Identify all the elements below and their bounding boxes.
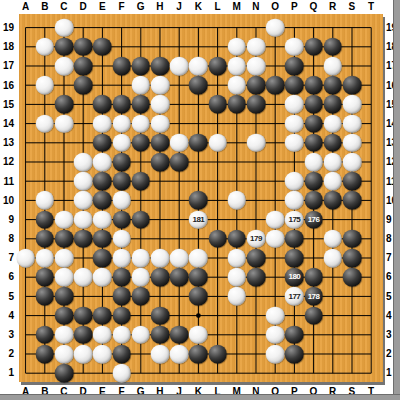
stone-N18[interactable] (247, 38, 266, 57)
stone-F17[interactable] (112, 57, 131, 76)
coord-letter-O: O (265, 0, 284, 13)
stone-P11[interactable] (285, 172, 304, 191)
stone-L15[interactable] (208, 95, 227, 114)
stone-K5[interactable] (189, 287, 208, 306)
stone-P10[interactable] (285, 191, 304, 210)
stone-B16[interactable] (36, 76, 55, 95)
coord-letter-T: T (361, 0, 380, 13)
stone-Q14[interactable] (304, 114, 323, 133)
stone-C1[interactable] (55, 364, 74, 383)
stone-B9[interactable] (36, 210, 55, 229)
stone-C15[interactable] (55, 95, 74, 114)
coord-number-12: 12 (1, 152, 16, 171)
stone-K16[interactable] (189, 76, 208, 95)
stone-S6[interactable] (343, 268, 362, 287)
stone-M17[interactable] (228, 57, 247, 76)
coord-number-8: 8 (6, 229, 16, 248)
stone-E15[interactable] (93, 95, 112, 114)
coord-number-11: 11 (1, 172, 16, 191)
move-number-label: 176 (308, 216, 320, 224)
coord-letter-H: H (150, 0, 169, 13)
stone-G14[interactable] (132, 114, 151, 133)
stone-F15[interactable] (112, 95, 131, 114)
stone-M10[interactable] (228, 191, 247, 210)
stone-D2[interactable] (74, 345, 93, 364)
stone-H3[interactable] (151, 326, 170, 345)
coord-number-13: 13 (1, 133, 16, 152)
coord-number-17: 17 (1, 56, 16, 75)
stone-F11[interactable] (112, 172, 131, 191)
stone-F10[interactable] (112, 191, 131, 210)
stone-B6[interactable] (36, 268, 55, 287)
stone-B14[interactable] (36, 114, 55, 133)
stone-H2[interactable] (151, 345, 170, 364)
stone-S10[interactable] (343, 191, 362, 210)
stone-R12[interactable] (324, 153, 343, 172)
stone-C14[interactable] (55, 114, 74, 133)
stone-E3[interactable] (93, 326, 112, 345)
stone-S16[interactable] (343, 76, 362, 95)
stone-R17[interactable] (324, 57, 343, 76)
stone-E11[interactable] (93, 172, 112, 191)
stone-H13[interactable] (151, 134, 170, 153)
stone-F6[interactable] (112, 268, 131, 287)
stone-P15[interactable] (285, 95, 304, 114)
move-number-label: 175 (288, 216, 300, 224)
stone-R13[interactable] (324, 134, 343, 153)
coord-number-2: 2 (6, 344, 16, 363)
move-number-label: 180 (288, 273, 300, 281)
stone-K9[interactable]: 181 (189, 210, 208, 229)
coord-number-9: 9 (6, 210, 16, 229)
stone-P2[interactable] (285, 345, 304, 364)
stone-L2[interactable] (208, 345, 227, 364)
stone-E13[interactable] (93, 134, 112, 153)
stone-P5[interactable]: 177 (285, 287, 304, 306)
stone-H16[interactable] (151, 76, 170, 95)
coord-letter-L: L (208, 0, 227, 13)
coord-number-5: 5 (6, 287, 16, 306)
stone-Q9[interactable]: 176 (304, 210, 323, 229)
scrollbar-vertical[interactable] (393, 0, 400, 400)
stone-K7[interactable] (189, 249, 208, 268)
coord-number-16: 16 (1, 76, 16, 95)
coord-letter-B: B (35, 0, 54, 13)
stone-E6[interactable] (93, 268, 112, 287)
coord-letter-E: E (93, 0, 112, 13)
stone-K2[interactable] (189, 345, 208, 364)
stone-F2[interactable] (112, 345, 131, 364)
stone-J3[interactable] (170, 326, 189, 345)
stone-Q6[interactable] (304, 268, 323, 287)
coord-number-6: 6 (6, 267, 16, 286)
stone-P8[interactable] (285, 230, 304, 249)
stone-J13[interactable] (170, 134, 189, 153)
stone-G9[interactable] (132, 210, 151, 229)
stone-J12[interactable] (170, 153, 189, 172)
stone-N15[interactable] (247, 95, 266, 114)
stone-O19[interactable] (266, 18, 285, 37)
coordinate-numbers-left: 19181716151413121110987654321 (0, 18, 16, 383)
stone-F7[interactable] (112, 249, 131, 268)
stone-D12[interactable] (74, 153, 93, 172)
stone-B3[interactable] (36, 326, 55, 345)
stone-D9[interactable] (74, 210, 93, 229)
scrollbar-horizontal[interactable] (0, 394, 400, 400)
stone-E4[interactable] (93, 306, 112, 325)
stone-C8[interactable] (55, 230, 74, 249)
stone-D3[interactable] (74, 326, 93, 345)
stone-Q5[interactable]: 178 (304, 287, 323, 306)
stone-M8[interactable] (228, 230, 247, 249)
stone-H7[interactable] (151, 249, 170, 268)
stone-Q16[interactable] (304, 76, 323, 95)
coord-letter-A: A (16, 0, 35, 13)
stone-G5[interactable] (132, 287, 151, 306)
stone-E8[interactable] (93, 230, 112, 249)
stone-S11[interactable] (343, 172, 362, 191)
stone-G15[interactable] (132, 95, 151, 114)
stone-S7[interactable] (343, 249, 362, 268)
stone-P3[interactable] (285, 326, 304, 345)
stone-D18[interactable] (74, 38, 93, 57)
coord-letter-J: J (170, 0, 189, 13)
stone-J2[interactable] (170, 345, 189, 364)
stone-N7[interactable] (247, 249, 266, 268)
stone-M5[interactable] (228, 287, 247, 306)
coord-letter-R: R (323, 0, 342, 13)
stone-Q10[interactable] (304, 191, 323, 210)
stone-B18[interactable] (36, 38, 55, 57)
stone-P9[interactable]: 175 (285, 210, 304, 229)
stone-G17[interactable] (132, 57, 151, 76)
move-number-label: 179 (250, 235, 262, 243)
coord-letter-G: G (131, 0, 150, 13)
go-app-window: ABCDEFGHJKLMNOPQRST ABCDEFGHJKLMNOPQRST … (0, 0, 400, 400)
coord-number-14: 14 (1, 114, 16, 133)
stone-C6[interactable] (55, 268, 74, 287)
coord-number-4: 4 (6, 306, 16, 325)
stone-F5[interactable] (112, 287, 131, 306)
move-number-label: 177 (288, 292, 300, 300)
stone-E14[interactable] (93, 114, 112, 133)
stone-E7[interactable] (93, 249, 112, 268)
stone-E10[interactable] (93, 191, 112, 210)
stone-Q13[interactable] (304, 134, 323, 153)
coord-number-19: 19 (1, 18, 16, 37)
stone-H12[interactable] (151, 153, 170, 172)
stone-R14[interactable] (324, 114, 343, 133)
stone-K6[interactable] (189, 268, 208, 287)
stone-R7[interactable] (324, 249, 343, 268)
stone-L8[interactable] (208, 230, 227, 249)
stone-F3[interactable] (112, 326, 131, 345)
stone-R11[interactable] (324, 172, 343, 191)
move-number-label: 181 (192, 216, 204, 224)
stone-C3[interactable] (55, 326, 74, 345)
coord-letter-Q: Q (304, 0, 323, 13)
coord-number-3: 3 (6, 325, 16, 344)
stone-G3[interactable] (132, 326, 151, 345)
stone-D8[interactable] (74, 230, 93, 249)
stone-E12[interactable] (93, 153, 112, 172)
stone-H14[interactable] (151, 114, 170, 133)
coord-letter-S: S (342, 0, 361, 13)
stone-R10[interactable] (324, 191, 343, 210)
stone-M7[interactable] (228, 249, 247, 268)
stone-J7[interactable] (170, 249, 189, 268)
stone-K17[interactable] (189, 57, 208, 76)
coord-number-15: 15 (1, 95, 16, 114)
stone-Q18[interactable] (304, 38, 323, 57)
stone-N16[interactable] (247, 76, 266, 95)
stone-D11[interactable] (74, 172, 93, 191)
stone-K10[interactable] (189, 191, 208, 210)
stone-M16[interactable] (228, 76, 247, 95)
stones-layer: 181175176179180177178 (16, 18, 381, 383)
stone-A7[interactable] (16, 249, 35, 268)
stone-C2[interactable] (55, 345, 74, 364)
stone-F14[interactable] (112, 114, 131, 133)
stone-L17[interactable] (208, 57, 227, 76)
coord-number-10: 10 (1, 191, 16, 210)
stone-R18[interactable] (324, 38, 343, 57)
stone-N8[interactable]: 179 (247, 230, 266, 249)
stone-J6[interactable] (170, 268, 189, 287)
stone-G13[interactable] (132, 134, 151, 153)
stone-C18[interactable] (55, 38, 74, 57)
stone-Q4[interactable] (304, 306, 323, 325)
stone-C19[interactable] (55, 18, 74, 37)
stone-H4[interactable] (151, 306, 170, 325)
stone-M15[interactable] (228, 95, 247, 114)
stone-N13[interactable] (247, 134, 266, 153)
stone-B5[interactable] (36, 287, 55, 306)
stone-B2[interactable] (36, 345, 55, 364)
stone-G6[interactable] (132, 268, 151, 287)
stone-E2[interactable] (93, 345, 112, 364)
stone-F4[interactable] (112, 306, 131, 325)
stone-F1[interactable] (112, 364, 131, 383)
coord-letter-M: M (227, 0, 246, 13)
stone-Q11[interactable] (304, 172, 323, 191)
stone-M18[interactable] (228, 38, 247, 57)
stone-D10[interactable] (74, 191, 93, 210)
stone-O3[interactable] (266, 326, 285, 345)
stone-B8[interactable] (36, 230, 55, 249)
coord-letter-N: N (246, 0, 265, 13)
stone-R15[interactable] (324, 95, 343, 114)
stone-O9[interactable] (266, 210, 285, 229)
stone-P18[interactable] (285, 38, 304, 57)
coord-letter-K: K (189, 0, 208, 13)
stone-P7[interactable] (285, 249, 304, 268)
stone-S13[interactable] (343, 134, 362, 153)
stone-P13[interactable] (285, 134, 304, 153)
stone-D16[interactable] (74, 76, 93, 95)
stone-S12[interactable] (343, 153, 362, 172)
stone-M6[interactable] (228, 268, 247, 287)
stone-P16[interactable] (285, 76, 304, 95)
stone-H6[interactable] (151, 268, 170, 287)
stone-S8[interactable] (343, 230, 362, 249)
stone-O4[interactable] (266, 306, 285, 325)
stone-D17[interactable] (74, 57, 93, 76)
stone-D4[interactable] (74, 306, 93, 325)
coord-number-18: 18 (1, 37, 16, 56)
stone-F9[interactable] (112, 210, 131, 229)
stone-F13[interactable] (112, 134, 131, 153)
coordinate-letters-top: ABCDEFGHJKLMNOPQRST (16, 0, 381, 13)
stone-B7[interactable] (36, 249, 55, 268)
stone-G11[interactable] (132, 172, 151, 191)
stone-D6[interactable] (74, 268, 93, 287)
stone-O16[interactable] (266, 76, 285, 95)
stone-C17[interactable] (55, 57, 74, 76)
stone-Q12[interactable] (304, 153, 323, 172)
stone-C7[interactable] (55, 249, 74, 268)
coord-letter-C: C (54, 0, 73, 13)
stone-N6[interactable] (247, 268, 266, 287)
stone-L13[interactable] (208, 134, 227, 153)
coord-letter-P: P (285, 0, 304, 13)
coord-number-1: 1 (6, 363, 16, 382)
stone-C4[interactable] (55, 306, 74, 325)
stone-O2[interactable] (266, 345, 285, 364)
stone-K13[interactable] (189, 134, 208, 153)
coord-letter-D: D (74, 0, 93, 13)
stone-E9[interactable] (93, 210, 112, 229)
stone-J17[interactable] (170, 57, 189, 76)
stone-B10[interactable] (36, 191, 55, 210)
stone-P14[interactable] (285, 114, 304, 133)
stone-E18[interactable] (93, 38, 112, 57)
coord-letter-F: F (112, 0, 131, 13)
coord-number-7: 7 (6, 248, 16, 267)
stone-C9[interactable] (55, 210, 74, 229)
stone-R16[interactable] (324, 76, 343, 95)
stone-H15[interactable] (151, 95, 170, 114)
stone-F12[interactable] (112, 153, 131, 172)
stone-S15[interactable] (343, 95, 362, 114)
stone-S14[interactable] (343, 114, 362, 133)
stone-P6[interactable]: 180 (285, 268, 304, 287)
stone-H17[interactable] (151, 57, 170, 76)
stone-R8[interactable] (324, 230, 343, 249)
stone-G16[interactable] (132, 76, 151, 95)
stone-N17[interactable] (247, 57, 266, 76)
move-number-label: 178 (308, 292, 320, 300)
stone-K3[interactable] (189, 326, 208, 345)
stone-Q15[interactable] (304, 95, 323, 114)
stone-P17[interactable] (285, 57, 304, 76)
stone-C5[interactable] (55, 287, 74, 306)
stone-O8[interactable] (266, 230, 285, 249)
stone-F8[interactable] (112, 230, 131, 249)
stone-G7[interactable] (132, 249, 151, 268)
